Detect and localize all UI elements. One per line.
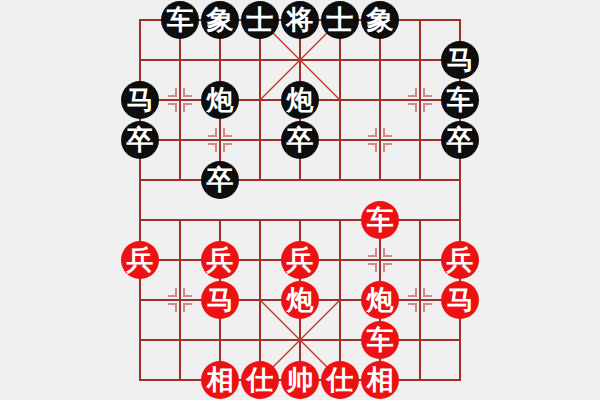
point-5-1[interactable] bbox=[320, 40, 360, 80]
point-7-0[interactable] bbox=[400, 0, 440, 40]
point-1-6[interactable] bbox=[160, 240, 200, 280]
point-8-0[interactable] bbox=[440, 0, 480, 40]
piece-red-horse[interactable]: 马 bbox=[441, 281, 479, 319]
point-5-3[interactable] bbox=[320, 120, 360, 160]
point-1-9[interactable] bbox=[160, 360, 200, 400]
point-3-2[interactable] bbox=[240, 80, 280, 120]
point-6-5[interactable]: 车 bbox=[360, 200, 400, 240]
piece-black-elephant[interactable]: 象 bbox=[201, 1, 239, 39]
point-7-3[interactable] bbox=[400, 120, 440, 160]
point-2-4[interactable]: 卒 bbox=[200, 160, 240, 200]
point-0-9[interactable] bbox=[120, 360, 160, 400]
point-3-6[interactable] bbox=[240, 240, 280, 280]
piece-black-chariot[interactable]: 车 bbox=[441, 81, 479, 119]
piece-red-cannon[interactable]: 炮 bbox=[281, 281, 319, 319]
piece-red-soldier[interactable]: 兵 bbox=[121, 241, 159, 279]
point-3-4[interactable] bbox=[240, 160, 280, 200]
point-6-7[interactable]: 炮 bbox=[360, 280, 400, 320]
point-6-3[interactable] bbox=[360, 120, 400, 160]
point-3-0[interactable]: 士 bbox=[240, 0, 280, 40]
piece-red-soldier[interactable]: 兵 bbox=[441, 241, 479, 279]
point-6-4[interactable] bbox=[360, 160, 400, 200]
piece-black-advisor[interactable]: 士 bbox=[321, 1, 359, 39]
piece-red-elephant[interactable]: 相 bbox=[201, 361, 239, 399]
point-2-6[interactable]: 兵 bbox=[200, 240, 240, 280]
point-2-9[interactable]: 相 bbox=[200, 360, 240, 400]
point-1-2[interactable] bbox=[160, 80, 200, 120]
point-5-7[interactable] bbox=[320, 280, 360, 320]
point-8-2[interactable]: 车 bbox=[440, 80, 480, 120]
point-6-0[interactable]: 象 bbox=[360, 0, 400, 40]
point-4-7[interactable]: 炮 bbox=[280, 280, 320, 320]
point-4-1[interactable] bbox=[280, 40, 320, 80]
point-8-3[interactable]: 卒 bbox=[440, 120, 480, 160]
point-4-6[interactable]: 兵 bbox=[280, 240, 320, 280]
piece-black-soldier[interactable]: 卒 bbox=[281, 121, 319, 159]
piece-red-soldier[interactable]: 兵 bbox=[281, 241, 319, 279]
piece-black-chariot[interactable]: 车 bbox=[161, 1, 199, 39]
point-4-4[interactable] bbox=[280, 160, 320, 200]
point-5-6[interactable] bbox=[320, 240, 360, 280]
point-5-4[interactable] bbox=[320, 160, 360, 200]
point-0-4[interactable] bbox=[120, 160, 160, 200]
point-8-1[interactable]: 马 bbox=[440, 40, 480, 80]
piece-black-cannon[interactable]: 炮 bbox=[201, 81, 239, 119]
point-1-7[interactable] bbox=[160, 280, 200, 320]
point-3-1[interactable] bbox=[240, 40, 280, 80]
point-1-3[interactable] bbox=[160, 120, 200, 160]
point-1-4[interactable] bbox=[160, 160, 200, 200]
point-6-8[interactable]: 车 bbox=[360, 320, 400, 360]
point-0-6[interactable]: 兵 bbox=[120, 240, 160, 280]
piece-red-cannon[interactable]: 炮 bbox=[361, 281, 399, 319]
point-1-8[interactable] bbox=[160, 320, 200, 360]
point-2-1[interactable] bbox=[200, 40, 240, 80]
point-1-5[interactable] bbox=[160, 200, 200, 240]
point-5-2[interactable] bbox=[320, 80, 360, 120]
piece-red-chariot[interactable]: 车 bbox=[361, 321, 399, 359]
point-5-5[interactable] bbox=[320, 200, 360, 240]
point-3-7[interactable] bbox=[240, 280, 280, 320]
point-0-2[interactable]: 马 bbox=[120, 80, 160, 120]
piece-black-cannon[interactable]: 炮 bbox=[281, 81, 319, 119]
point-4-0[interactable]: 将 bbox=[280, 0, 320, 40]
point-6-6[interactable] bbox=[360, 240, 400, 280]
point-2-7[interactable]: 马 bbox=[200, 280, 240, 320]
piece-black-advisor[interactable]: 士 bbox=[241, 1, 279, 39]
point-1-0[interactable]: 车 bbox=[160, 0, 200, 40]
point-7-9[interactable] bbox=[400, 360, 440, 400]
point-7-8[interactable] bbox=[400, 320, 440, 360]
piece-red-soldier[interactable]: 兵 bbox=[201, 241, 239, 279]
point-2-3[interactable] bbox=[200, 120, 240, 160]
point-0-8[interactable] bbox=[120, 320, 160, 360]
point-7-4[interactable] bbox=[400, 160, 440, 200]
point-2-8[interactable] bbox=[200, 320, 240, 360]
point-7-2[interactable] bbox=[400, 80, 440, 120]
point-4-2[interactable]: 炮 bbox=[280, 80, 320, 120]
piece-black-general[interactable]: 将 bbox=[281, 1, 319, 39]
point-7-7[interactable] bbox=[400, 280, 440, 320]
point-0-7[interactable] bbox=[120, 280, 160, 320]
point-8-9[interactable] bbox=[440, 360, 480, 400]
point-3-5[interactable] bbox=[240, 200, 280, 240]
piece-red-horse[interactable]: 马 bbox=[201, 281, 239, 319]
point-6-2[interactable] bbox=[360, 80, 400, 120]
point-4-3[interactable]: 卒 bbox=[280, 120, 320, 160]
point-8-4[interactable] bbox=[440, 160, 480, 200]
piece-red-elephant[interactable]: 相 bbox=[361, 361, 399, 399]
point-8-6[interactable]: 兵 bbox=[440, 240, 480, 280]
point-1-1[interactable] bbox=[160, 40, 200, 80]
point-0-3[interactable]: 卒 bbox=[120, 120, 160, 160]
point-3-8[interactable] bbox=[240, 320, 280, 360]
point-8-7[interactable]: 马 bbox=[440, 280, 480, 320]
point-2-5[interactable] bbox=[200, 200, 240, 240]
point-8-8[interactable] bbox=[440, 320, 480, 360]
xiangqi-diagram: 车象士将士象马马炮炮车卒卒卒卒车兵兵兵兵马炮炮马车相仕帅仕相 bbox=[0, 0, 600, 400]
point-6-9[interactable]: 相 bbox=[360, 360, 400, 400]
point-0-0[interactable] bbox=[120, 0, 160, 40]
point-2-0[interactable]: 象 bbox=[200, 0, 240, 40]
piece-red-general[interactable]: 帅 bbox=[281, 361, 319, 399]
piece-red-advisor[interactable]: 仕 bbox=[241, 361, 279, 399]
piece-red-advisor[interactable]: 仕 bbox=[321, 361, 359, 399]
point-7-1[interactable] bbox=[400, 40, 440, 80]
point-7-6[interactable] bbox=[400, 240, 440, 280]
piece-red-chariot[interactable]: 车 bbox=[361, 201, 399, 239]
point-4-8[interactable] bbox=[280, 320, 320, 360]
point-0-1[interactable] bbox=[120, 40, 160, 80]
point-2-2[interactable]: 炮 bbox=[200, 80, 240, 120]
point-8-5[interactable] bbox=[440, 200, 480, 240]
piece-black-horse[interactable]: 马 bbox=[441, 41, 479, 79]
piece-black-horse[interactable]: 马 bbox=[121, 81, 159, 119]
point-0-5[interactable] bbox=[120, 200, 160, 240]
point-4-9[interactable]: 帅 bbox=[280, 360, 320, 400]
point-5-0[interactable]: 士 bbox=[320, 0, 360, 40]
point-5-8[interactable] bbox=[320, 320, 360, 360]
xiangqi-board[interactable]: 车象士将士象马马炮炮车卒卒卒卒车兵兵兵兵马炮炮马车相仕帅仕相 bbox=[120, 0, 480, 400]
piece-black-soldier[interactable]: 卒 bbox=[201, 161, 239, 199]
point-3-9[interactable]: 仕 bbox=[240, 360, 280, 400]
piece-black-elephant[interactable]: 象 bbox=[361, 1, 399, 39]
piece-black-soldier[interactable]: 卒 bbox=[121, 121, 159, 159]
point-6-1[interactable] bbox=[360, 40, 400, 80]
point-3-3[interactable] bbox=[240, 120, 280, 160]
point-5-9[interactable]: 仕 bbox=[320, 360, 360, 400]
piece-black-soldier[interactable]: 卒 bbox=[441, 121, 479, 159]
point-7-5[interactable] bbox=[400, 200, 440, 240]
point-4-5[interactable] bbox=[280, 200, 320, 240]
